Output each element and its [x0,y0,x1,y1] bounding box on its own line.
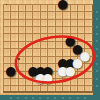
coordinate-tick [84,97,86,99]
black-stone[interactable]: ● [6,66,16,76]
app-background: { "game": "go", "app": { "description": … [0,0,100,100]
grid-line-horizontal [3,85,93,86]
coordinate-tick [39,97,41,99]
coordinate-tick [69,97,71,99]
grid-line-horizontal [3,4,93,5]
white-stone[interactable]: ● [65,66,75,76]
coordinate-tick [62,97,64,99]
coordinate-tick [77,97,79,99]
coordinate-tick [25,97,27,99]
coordinate-tick [96,78,98,80]
coordinate-tick [96,26,98,28]
coordinate-tick [96,70,98,72]
coordinate-tick [96,18,98,20]
grid-line-horizontal [3,11,93,12]
coordinate-tick [96,11,98,13]
white-stone[interactable]: ● [43,74,53,84]
grid-line-horizontal [3,33,93,34]
grid-line-horizontal [3,26,93,27]
coordinate-tick [54,97,56,99]
coordinate-tick [47,97,49,99]
coordinate-tick [96,85,98,87]
coordinate-tick [32,97,34,99]
coordinate-tick [17,97,19,99]
coordinate-tick [96,40,98,42]
coordinate-tick [96,63,98,65]
coordinate-tick [96,33,98,35]
board-side-edge [0,94,93,96]
go-app-window: ●●●●●●●●●●●●●●● [0,0,100,100]
grid-line-horizontal [3,19,93,20]
grid-line-horizontal [3,91,93,92]
black-stone[interactable]: ● [58,0,68,9]
coordinate-tick [96,48,98,50]
coordinate-tick [10,97,12,99]
coordinate-tick [96,55,98,57]
